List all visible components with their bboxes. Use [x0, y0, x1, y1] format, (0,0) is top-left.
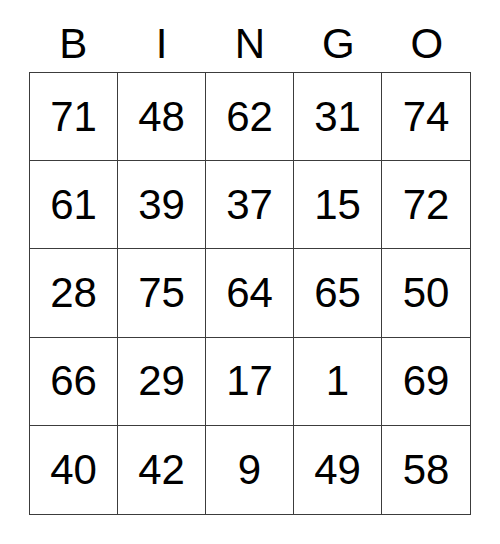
cell-r1c1[interactable]: 39 [118, 161, 206, 249]
cell-r3c1[interactable]: 29 [118, 338, 206, 426]
header-letter-o: O [383, 0, 471, 72]
header-letter-b: B [29, 0, 117, 72]
bingo-grid: 71 48 62 31 74 61 39 37 15 72 28 75 64 6… [29, 72, 471, 515]
cell-r4c0[interactable]: 40 [30, 426, 118, 514]
bingo-card: B I N G O 71 48 62 31 74 61 39 37 15 72 … [0, 0, 500, 544]
cell-r2c4[interactable]: 50 [382, 249, 470, 337]
cell-r1c3[interactable]: 15 [294, 161, 382, 249]
cell-r3c3[interactable]: 1 [294, 338, 382, 426]
cell-r0c4[interactable]: 74 [382, 73, 470, 161]
cell-r1c2[interactable]: 37 [206, 161, 294, 249]
header-letter-g: G [294, 0, 382, 72]
cell-r4c2[interactable]: 9 [206, 426, 294, 514]
cell-r2c0[interactable]: 28 [30, 249, 118, 337]
cell-r2c1[interactable]: 75 [118, 249, 206, 337]
cell-r3c0[interactable]: 66 [30, 338, 118, 426]
bingo-header: B I N G O [29, 0, 471, 72]
cell-r2c2[interactable]: 64 [206, 249, 294, 337]
cell-r2c3[interactable]: 65 [294, 249, 382, 337]
cell-r1c0[interactable]: 61 [30, 161, 118, 249]
cell-r1c4[interactable]: 72 [382, 161, 470, 249]
cell-r0c3[interactable]: 31 [294, 73, 382, 161]
header-letter-i: I [117, 0, 205, 72]
cell-r4c1[interactable]: 42 [118, 426, 206, 514]
cell-r4c3[interactable]: 49 [294, 426, 382, 514]
cell-r0c1[interactable]: 48 [118, 73, 206, 161]
header-letter-n: N [206, 0, 294, 72]
cell-r0c2[interactable]: 62 [206, 73, 294, 161]
cell-r4c4[interactable]: 58 [382, 426, 470, 514]
cell-r3c2[interactable]: 17 [206, 338, 294, 426]
cell-r0c0[interactable]: 71 [30, 73, 118, 161]
cell-r3c4[interactable]: 69 [382, 338, 470, 426]
